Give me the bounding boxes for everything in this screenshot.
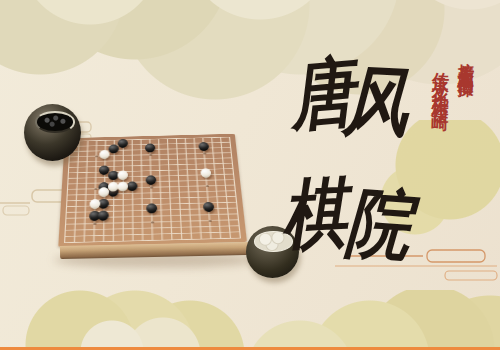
slogan-column-left: 传承文化棋布错崎 xyxy=(430,58,454,106)
go-board-shadow xyxy=(54,252,256,268)
black-stone xyxy=(145,175,156,185)
title-char-qi: 棋 xyxy=(280,174,348,253)
poster-background: 唐 风 棋 院 培养与众人不同的情操! 传承文化棋布错崎 xyxy=(0,0,500,350)
black-stone xyxy=(198,142,209,151)
black-stones-in-bowl xyxy=(35,111,75,133)
white-stone xyxy=(89,199,100,209)
white-stone xyxy=(99,187,110,197)
star-point xyxy=(208,220,211,222)
slogan-column-right: 培养与众人不同的情操! xyxy=(455,50,477,91)
black-stone xyxy=(98,210,109,220)
star-point xyxy=(203,152,206,154)
go-board-surface xyxy=(58,134,247,247)
black-stone xyxy=(118,139,128,148)
star-point xyxy=(95,155,98,157)
star-point xyxy=(93,223,96,225)
black-stone xyxy=(98,199,109,209)
black-stone xyxy=(144,143,154,152)
white-stone xyxy=(200,168,211,178)
go-board xyxy=(65,134,239,308)
black-stone-bowl xyxy=(24,104,81,161)
title-char-yuan: 院 xyxy=(343,184,413,264)
black-stone xyxy=(202,202,214,212)
title-char-feng: 风 xyxy=(342,62,410,141)
white-bowl-shadow xyxy=(243,274,302,284)
black-stone xyxy=(109,144,119,153)
black-stone xyxy=(146,203,157,213)
go-board-grid xyxy=(64,137,241,243)
white-stone xyxy=(100,150,110,159)
star-point xyxy=(149,154,152,156)
star-point xyxy=(94,188,97,190)
white-stone xyxy=(117,181,128,191)
star-point xyxy=(205,185,208,187)
star-point xyxy=(150,221,153,223)
white-stone xyxy=(118,170,128,180)
black-stone xyxy=(127,181,138,191)
star-point xyxy=(150,186,153,188)
